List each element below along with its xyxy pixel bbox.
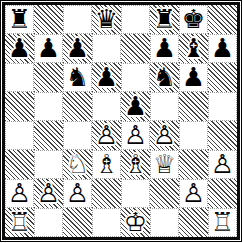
square-c4[interactable] <box>63 121 92 150</box>
black-piece-glyph: ♟ <box>92 63 121 92</box>
square-c6[interactable]: ♞ <box>63 63 92 92</box>
square-e7[interactable] <box>121 34 150 63</box>
square-f3[interactable]: ♛♕ <box>150 150 179 179</box>
piece-white-king: ♚♔ <box>121 208 150 237</box>
white-piece-outline: ♙ <box>34 179 63 208</box>
square-f6[interactable]: ♞ <box>150 63 179 92</box>
square-a4[interactable] <box>5 121 34 150</box>
square-h4[interactable] <box>208 121 237 150</box>
chess-board: ♜♛♜♚♟♟♟♟♝♟♞♟♞♟♟♟♙♟♙♟♙♞♘♝♗♝♗♛♕♟♙♟♙♟♙♟♙♟♙♜… <box>5 5 237 237</box>
square-b3[interactable] <box>34 150 63 179</box>
piece-black-rook: ♜ <box>150 5 179 34</box>
white-piece-outline: ♙ <box>150 121 179 150</box>
square-d3[interactable]: ♝♗ <box>92 150 121 179</box>
piece-white-bishop: ♝♗ <box>121 150 150 179</box>
square-d2[interactable] <box>92 179 121 208</box>
piece-black-pawn: ♟ <box>209 35 236 62</box>
piece-black-bishop: ♝ <box>179 34 208 63</box>
square-f4[interactable]: ♟♙ <box>150 121 179 150</box>
square-d4[interactable]: ♟♙ <box>92 121 121 150</box>
white-piece-outline: ♙ <box>6 180 33 207</box>
square-e2[interactable] <box>121 179 150 208</box>
square-e1[interactable]: ♚♔ <box>121 208 150 237</box>
square-c7[interactable]: ♟ <box>63 34 92 63</box>
square-f2[interactable] <box>150 179 179 208</box>
square-f7[interactable]: ♟ <box>150 34 179 63</box>
black-piece-glyph: ♜ <box>6 6 33 33</box>
black-piece-glyph: ♛ <box>92 5 121 34</box>
square-g1[interactable] <box>179 208 208 237</box>
square-d6[interactable]: ♟ <box>92 63 121 92</box>
square-g7[interactable]: ♝ <box>179 34 208 63</box>
square-b2[interactable]: ♟♙ <box>34 179 63 208</box>
white-piece-outline: ♔ <box>121 208 150 237</box>
piece-white-pawn: ♟♙ <box>6 180 33 207</box>
white-piece-outline: ♗ <box>93 151 120 178</box>
white-piece-outline: ♕ <box>151 151 178 178</box>
piece-black-queen: ♛ <box>92 5 121 34</box>
white-piece-outline: ♖ <box>5 208 34 237</box>
square-g4[interactable] <box>179 121 208 150</box>
square-f8[interactable]: ♜ <box>150 5 179 34</box>
chess-board-inner-border: ♜♛♜♚♟♟♟♟♝♟♞♟♞♟♟♟♙♟♙♟♙♞♘♝♗♝♗♛♕♟♙♟♙♟♙♟♙♟♙♜… <box>2 2 240 240</box>
white-piece-outline: ♙ <box>180 180 207 207</box>
square-b6[interactable] <box>34 63 63 92</box>
square-a8[interactable]: ♜ <box>5 5 34 34</box>
piece-black-rook: ♜ <box>6 6 33 33</box>
square-e4[interactable]: ♟♙ <box>121 121 150 150</box>
white-piece-outline: ♗ <box>121 150 150 179</box>
square-e6[interactable] <box>121 63 150 92</box>
square-h5[interactable] <box>208 92 237 121</box>
piece-white-pawn: ♟♙ <box>34 179 63 208</box>
square-e5[interactable]: ♟ <box>121 92 150 121</box>
square-e8[interactable] <box>121 5 150 34</box>
chess-board-frame: ♜♛♜♚♟♟♟♟♝♟♞♟♞♟♟♟♙♟♙♟♙♞♘♝♗♝♗♛♕♟♙♟♙♟♙♟♙♟♙♜… <box>0 0 242 242</box>
black-piece-glyph: ♟ <box>35 35 62 62</box>
white-piece-outline: ♙ <box>92 121 121 150</box>
square-h3[interactable]: ♟♙ <box>208 150 237 179</box>
square-c1[interactable] <box>63 208 92 237</box>
piece-white-rook: ♜♖ <box>209 209 236 236</box>
square-h8[interactable] <box>208 5 237 34</box>
square-a2[interactable]: ♟♙ <box>5 179 34 208</box>
square-c2[interactable]: ♟♙ <box>63 179 92 208</box>
square-b4[interactable] <box>34 121 63 150</box>
square-c8[interactable] <box>63 5 92 34</box>
piece-black-pawn: ♟ <box>151 35 178 62</box>
square-d1[interactable] <box>92 208 121 237</box>
black-piece-glyph: ♞ <box>150 63 179 92</box>
square-f1[interactable] <box>150 208 179 237</box>
square-g3[interactable] <box>179 150 208 179</box>
black-piece-glyph: ♞ <box>64 64 91 91</box>
square-h7[interactable]: ♟ <box>208 34 237 63</box>
square-h6[interactable] <box>208 63 237 92</box>
piece-black-knight: ♞ <box>150 63 179 92</box>
square-c3[interactable]: ♞♘ <box>63 150 92 179</box>
square-d5[interactable] <box>92 92 121 121</box>
square-f5[interactable] <box>150 92 179 121</box>
square-g6[interactable]: ♟ <box>179 63 208 92</box>
piece-white-pawn: ♟♙ <box>64 180 91 207</box>
square-e3[interactable]: ♝♗ <box>121 150 150 179</box>
square-d8[interactable]: ♛ <box>92 5 121 34</box>
square-g5[interactable] <box>179 92 208 121</box>
black-piece-glyph: ♟ <box>151 35 178 62</box>
black-piece-glyph: ♜ <box>150 5 179 34</box>
piece-black-pawn: ♟ <box>35 35 62 62</box>
black-piece-glyph: ♟ <box>180 64 207 91</box>
piece-white-pawn: ♟♙ <box>92 121 121 150</box>
square-a1[interactable]: ♜♖ <box>5 208 34 237</box>
square-a5[interactable] <box>5 92 34 121</box>
black-piece-glyph: ♝ <box>179 34 208 63</box>
piece-white-pawn: ♟♙ <box>150 121 179 150</box>
square-g2[interactable]: ♟♙ <box>179 179 208 208</box>
piece-black-pawn: ♟ <box>180 64 207 91</box>
piece-black-king: ♚ <box>180 6 207 33</box>
white-piece-outline: ♘ <box>63 150 92 179</box>
square-b8[interactable] <box>34 5 63 34</box>
piece-white-pawn: ♟♙ <box>122 122 149 149</box>
square-b7[interactable]: ♟ <box>34 34 63 63</box>
white-piece-outline: ♙ <box>122 122 149 149</box>
black-piece-glyph: ♟ <box>209 35 236 62</box>
square-c5[interactable] <box>63 92 92 121</box>
piece-white-rook: ♜♖ <box>5 208 34 237</box>
square-g8[interactable]: ♚ <box>179 5 208 34</box>
black-piece-glyph: ♟ <box>63 34 92 63</box>
black-piece-glyph: ♟ <box>5 34 34 63</box>
white-piece-outline: ♖ <box>209 209 236 236</box>
square-a6[interactable] <box>5 63 34 92</box>
piece-white-knight: ♞♘ <box>63 150 92 179</box>
piece-black-pawn: ♟ <box>92 63 121 92</box>
piece-black-pawn: ♟ <box>63 34 92 63</box>
square-d7[interactable] <box>92 34 121 63</box>
piece-black-pawn: ♟ <box>5 34 34 63</box>
square-a7[interactable]: ♟ <box>5 34 34 63</box>
square-b5[interactable] <box>34 92 63 121</box>
square-h1[interactable]: ♜♖ <box>208 208 237 237</box>
square-a3[interactable] <box>5 150 34 179</box>
piece-black-pawn: ♟ <box>121 92 150 121</box>
piece-white-bishop: ♝♗ <box>93 151 120 178</box>
white-piece-outline: ♙ <box>209 151 236 178</box>
black-piece-glyph: ♟ <box>121 92 150 121</box>
piece-white-pawn: ♟♙ <box>180 180 207 207</box>
black-piece-glyph: ♚ <box>180 6 207 33</box>
white-piece-outline: ♙ <box>64 180 91 207</box>
piece-white-pawn: ♟♙ <box>209 151 236 178</box>
square-b1[interactable] <box>34 208 63 237</box>
piece-black-knight: ♞ <box>64 64 91 91</box>
piece-white-queen: ♛♕ <box>151 151 178 178</box>
square-h2[interactable] <box>208 179 237 208</box>
